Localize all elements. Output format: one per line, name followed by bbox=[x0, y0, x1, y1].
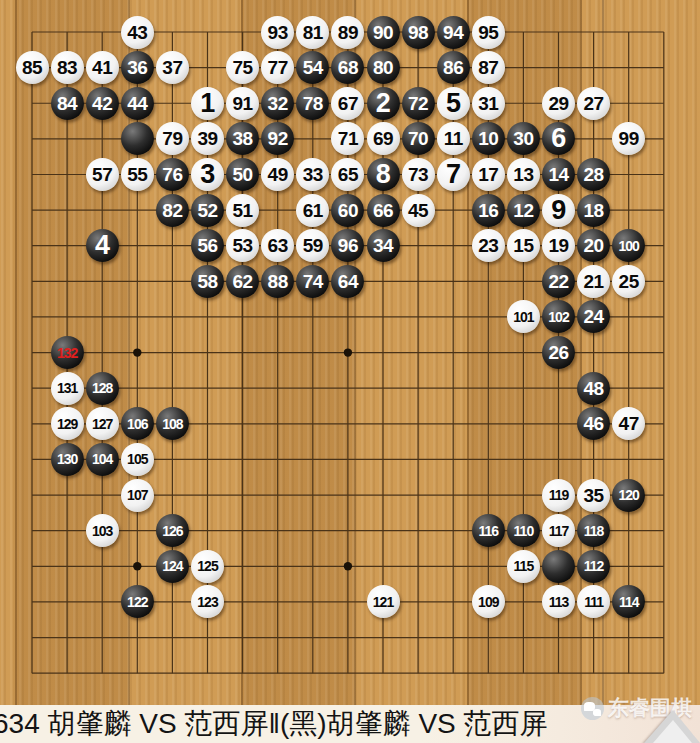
stone-27: 27 bbox=[577, 87, 610, 120]
stone-127: 127 bbox=[86, 407, 119, 440]
stone-98: 98 bbox=[402, 16, 435, 49]
star-point bbox=[133, 562, 141, 570]
stone-50: 50 bbox=[226, 158, 259, 191]
stone-119: 119 bbox=[542, 479, 575, 512]
stone-125: 125 bbox=[191, 550, 224, 583]
stone-86: 86 bbox=[437, 51, 470, 84]
stone-28: 28 bbox=[577, 158, 610, 191]
stone-36: 36 bbox=[121, 51, 154, 84]
stone-23: 23 bbox=[472, 229, 505, 262]
stone-82: 82 bbox=[156, 194, 189, 227]
caption-bar: 634 胡肇麟 VS 范西屏‖(黑)胡肇麟 VS 范西屏 bbox=[0, 705, 700, 743]
game-title-text: 634 胡肇麟 VS 范西屏‖(黑)胡肇麟 VS 范西屏 bbox=[0, 705, 548, 743]
stone-58: 58 bbox=[191, 265, 224, 298]
stone-130: 130 bbox=[51, 443, 84, 476]
stone-83: 83 bbox=[51, 51, 84, 84]
star-point bbox=[133, 348, 141, 356]
stone-26: 26 bbox=[542, 336, 575, 369]
stone-89: 89 bbox=[331, 16, 364, 49]
stone-11: 11 bbox=[437, 122, 470, 155]
stone-37: 37 bbox=[156, 51, 189, 84]
stone-117: 117 bbox=[542, 514, 575, 547]
stone-4: 4 bbox=[86, 229, 119, 262]
stone-60: 60 bbox=[331, 194, 364, 227]
stone-112: 112 bbox=[577, 550, 610, 583]
stone-103: 103 bbox=[86, 514, 119, 547]
stone-81: 81 bbox=[296, 16, 329, 49]
stone-66: 66 bbox=[367, 194, 400, 227]
stone-56: 56 bbox=[191, 229, 224, 262]
stone-61: 61 bbox=[296, 194, 329, 227]
stone-122: 122 bbox=[121, 585, 154, 618]
stone-104: 104 bbox=[86, 443, 119, 476]
stone-1: 1 bbox=[191, 87, 224, 120]
stone-88: 88 bbox=[261, 265, 294, 298]
stone-44: 44 bbox=[121, 87, 154, 120]
stone-132: 132 bbox=[51, 336, 84, 369]
stone-25: 25 bbox=[612, 265, 645, 298]
stone-87: 87 bbox=[472, 51, 505, 84]
stone-90: 90 bbox=[367, 16, 400, 49]
stone-12: 12 bbox=[507, 194, 540, 227]
stone-14: 14 bbox=[542, 158, 575, 191]
stone-93: 93 bbox=[261, 16, 294, 49]
stone-106: 106 bbox=[121, 407, 154, 440]
stone-31: 31 bbox=[472, 87, 505, 120]
stone-8: 8 bbox=[367, 158, 400, 191]
up-triangle-icon[interactable] bbox=[644, 710, 700, 743]
stone-67: 67 bbox=[331, 87, 364, 120]
star-point bbox=[344, 348, 352, 356]
stone-5: 5 bbox=[437, 87, 470, 120]
stone-121: 121 bbox=[367, 585, 400, 618]
stone-21: 21 bbox=[577, 265, 610, 298]
stone-7: 7 bbox=[437, 158, 470, 191]
stone-9: 9 bbox=[542, 194, 575, 227]
stone-64: 64 bbox=[331, 265, 364, 298]
stone-129: 129 bbox=[51, 407, 84, 440]
stone-52: 52 bbox=[191, 194, 224, 227]
stone-107: 107 bbox=[121, 479, 154, 512]
stone-108: 108 bbox=[156, 407, 189, 440]
stone-55: 55 bbox=[121, 158, 154, 191]
stone-124: 124 bbox=[156, 550, 189, 583]
stone-91: 91 bbox=[226, 87, 259, 120]
stone-3: 3 bbox=[191, 158, 224, 191]
stone-51: 51 bbox=[226, 194, 259, 227]
stone-109: 109 bbox=[472, 585, 505, 618]
stone-94: 94 bbox=[437, 16, 470, 49]
stone-22: 22 bbox=[542, 265, 575, 298]
go-board: 4393818990989495858341363775775468808687… bbox=[0, 0, 700, 705]
stone-78: 78 bbox=[296, 87, 329, 120]
stone-95: 95 bbox=[472, 16, 505, 49]
stone-2: 2 bbox=[367, 87, 400, 120]
stone-10: 10 bbox=[472, 122, 505, 155]
stone-84: 84 bbox=[51, 87, 84, 120]
stone-75: 75 bbox=[226, 51, 259, 84]
stone-85: 85 bbox=[16, 51, 49, 84]
stone-34: 34 bbox=[367, 229, 400, 262]
stone-62: 62 bbox=[226, 265, 259, 298]
stone-32: 32 bbox=[261, 87, 294, 120]
stone-115: 115 bbox=[507, 550, 540, 583]
stone-unnumbered-4-4 bbox=[121, 122, 154, 155]
stone-17: 17 bbox=[472, 158, 505, 191]
stone-16: 16 bbox=[472, 194, 505, 227]
stone-49: 49 bbox=[261, 158, 294, 191]
stone-57: 57 bbox=[86, 158, 119, 191]
star-point bbox=[344, 562, 352, 570]
stone-116: 116 bbox=[472, 514, 505, 547]
stone-15: 15 bbox=[507, 229, 540, 262]
stone-80: 80 bbox=[367, 51, 400, 84]
stone-70: 70 bbox=[402, 122, 435, 155]
stone-128: 128 bbox=[86, 372, 119, 405]
stone-42: 42 bbox=[86, 87, 119, 120]
stone-72: 72 bbox=[402, 87, 435, 120]
stone-41: 41 bbox=[86, 51, 119, 84]
stone-73: 73 bbox=[402, 158, 435, 191]
stone-48: 48 bbox=[577, 372, 610, 405]
stone-131: 131 bbox=[51, 372, 84, 405]
stone-35: 35 bbox=[577, 479, 610, 512]
stone-19: 19 bbox=[542, 229, 575, 262]
stone-126: 126 bbox=[156, 514, 189, 547]
stone-45: 45 bbox=[402, 194, 435, 227]
stone-43: 43 bbox=[121, 16, 154, 49]
stone-76: 76 bbox=[156, 158, 189, 191]
stone-105: 105 bbox=[121, 443, 154, 476]
stone-69: 69 bbox=[367, 122, 400, 155]
stone-120: 120 bbox=[612, 479, 645, 512]
stone-110: 110 bbox=[507, 514, 540, 547]
stone-74: 74 bbox=[296, 265, 329, 298]
stone-13: 13 bbox=[507, 158, 540, 191]
stone-29: 29 bbox=[542, 87, 575, 120]
stone-18: 18 bbox=[577, 194, 610, 227]
stone-unnumbered-16-16 bbox=[542, 550, 575, 583]
